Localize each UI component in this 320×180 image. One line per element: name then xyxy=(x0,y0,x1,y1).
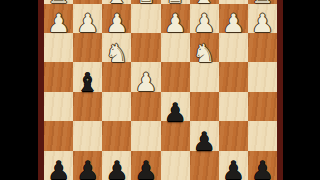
square-e6 xyxy=(131,121,160,150)
square-d5: ♟ xyxy=(161,92,190,121)
square-f6 xyxy=(102,121,131,150)
square-a4 xyxy=(248,62,277,91)
square-h4 xyxy=(44,62,73,91)
piece-white-pawn: ♟ xyxy=(222,11,245,37)
square-b6 xyxy=(219,121,248,150)
square-c5 xyxy=(190,92,219,121)
square-h6 xyxy=(44,121,73,150)
square-f1: ♝ xyxy=(102,0,131,4)
square-h7: ♟ xyxy=(44,151,73,180)
piece-white-pawn: ♟ xyxy=(47,11,70,37)
chess-board: ♜♝♚♛♝♜♟♟♟♟♟♟♟♞♞♝♟♟♟♟♟♟♟♟♟♜♞♝♚♛♞♜ xyxy=(44,0,277,180)
piece-white-pawn: ♟ xyxy=(251,11,274,37)
square-f5 xyxy=(102,92,131,121)
square-b7: ♟ xyxy=(219,151,248,180)
board-frame: ♜♝♚♛♝♜♟♟♟♟♟♟♟♞♞♝♟♟♟♟♟♟♟♟♟♜♞♝♚♛♞♜ xyxy=(38,0,283,180)
square-c2: ♟ xyxy=(190,4,219,33)
piece-black-pawn: ♟ xyxy=(135,158,158,180)
square-e1: ♚ xyxy=(131,0,160,4)
square-f3: ♞ xyxy=(102,33,131,62)
piece-black-pawn: ♟ xyxy=(164,100,187,126)
piece-black-bishop: ♝ xyxy=(76,70,99,96)
piece-white-rook: ♜ xyxy=(47,0,70,8)
square-a6 xyxy=(248,121,277,150)
square-e7: ♟ xyxy=(131,151,160,180)
piece-black-pawn: ♟ xyxy=(105,158,128,180)
square-c3: ♞ xyxy=(190,33,219,62)
square-a2: ♟ xyxy=(248,4,277,33)
piece-black-pawn: ♟ xyxy=(47,158,70,180)
piece-white-pawn: ♟ xyxy=(193,11,216,37)
square-a7: ♟ xyxy=(248,151,277,180)
square-g7: ♟ xyxy=(73,151,102,180)
piece-white-queen: ♛ xyxy=(164,0,187,8)
square-d4 xyxy=(161,62,190,91)
piece-white-pawn: ♟ xyxy=(164,11,187,37)
piece-white-rook: ♜ xyxy=(251,0,274,8)
square-h5 xyxy=(44,92,73,121)
piece-black-pawn: ♟ xyxy=(193,129,216,155)
piece-white-bishop: ♝ xyxy=(105,0,128,8)
square-b4 xyxy=(219,62,248,91)
piece-white-pawn: ♟ xyxy=(76,11,99,37)
piece-white-pawn: ♟ xyxy=(135,70,158,96)
square-d1: ♛ xyxy=(161,0,190,4)
square-g6 xyxy=(73,121,102,150)
square-h1: ♜ xyxy=(44,0,73,4)
piece-black-pawn: ♟ xyxy=(251,158,274,180)
square-d7 xyxy=(161,151,190,180)
chess-thumbnail-screenshot: ♜♝♚♛♝♜♟♟♟♟♟♟♟♞♞♝♟♟♟♟♟♟♟♟♟♜♞♝♚♛♞♜ xyxy=(0,0,320,180)
square-g2: ♟ xyxy=(73,4,102,33)
square-a5 xyxy=(248,92,277,121)
square-g4: ♝ xyxy=(73,62,102,91)
square-c1: ♝ xyxy=(190,0,219,4)
square-c6: ♟ xyxy=(190,121,219,150)
piece-white-knight: ♞ xyxy=(105,41,128,67)
square-b2: ♟ xyxy=(219,4,248,33)
piece-white-king: ♚ xyxy=(135,0,158,8)
square-e4: ♟ xyxy=(131,62,160,91)
piece-white-pawn: ♟ xyxy=(105,11,128,37)
square-d2: ♟ xyxy=(161,4,190,33)
square-f2: ♟ xyxy=(102,4,131,33)
square-a1: ♜ xyxy=(248,0,277,4)
piece-white-knight: ♞ xyxy=(193,41,216,67)
piece-black-pawn: ♟ xyxy=(222,158,245,180)
square-f7: ♟ xyxy=(102,151,131,180)
piece-black-pawn: ♟ xyxy=(76,158,99,180)
square-b5 xyxy=(219,92,248,121)
square-e3 xyxy=(131,33,160,62)
piece-white-bishop: ♝ xyxy=(193,0,216,8)
square-h2: ♟ xyxy=(44,4,73,33)
